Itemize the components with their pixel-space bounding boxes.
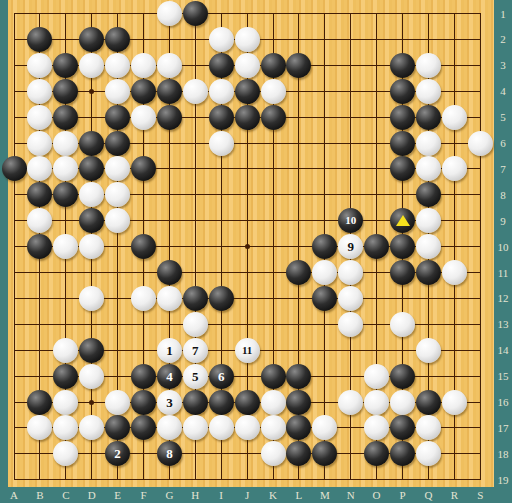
white-stone[interactable] [27,156,52,181]
white-stone[interactable] [261,390,286,415]
white-stone[interactable] [416,79,441,104]
black-stone[interactable] [183,390,208,415]
white-stone[interactable] [183,312,208,337]
white-stone[interactable] [364,390,389,415]
white-stone[interactable] [157,53,182,78]
black-stone[interactable] [131,364,156,389]
white-stone[interactable] [442,105,467,130]
white-stone[interactable] [27,53,52,78]
column-label: K [263,489,283,501]
black-stone[interactable] [286,53,311,78]
column-label: A [4,489,24,501]
black-stone[interactable] [209,390,234,415]
white-stone[interactable] [364,364,389,389]
white-stone[interactable]: 9 [338,234,363,259]
black-stone[interactable] [53,79,78,104]
black-stone[interactable] [235,105,260,130]
white-stone[interactable] [442,156,467,181]
black-stone[interactable] [157,260,182,285]
white-stone[interactable] [312,415,337,440]
white-stone[interactable] [27,105,52,130]
white-stone[interactable] [235,53,260,78]
white-stone[interactable] [261,79,286,104]
black-stone[interactable] [364,441,389,466]
black-stone[interactable] [416,105,441,130]
row-label: 16 [494,396,512,408]
white-stone[interactable] [442,390,467,415]
black-stone[interactable] [157,105,182,130]
black-stone[interactable] [286,441,311,466]
white-stone[interactable] [338,260,363,285]
row-label: 2 [494,33,512,45]
white-stone[interactable] [183,79,208,104]
white-stone[interactable] [53,441,78,466]
white-stone[interactable] [209,131,234,156]
black-stone[interactable] [209,105,234,130]
column-label: S [470,489,490,501]
white-stone[interactable] [261,441,286,466]
white-stone[interactable] [53,390,78,415]
black-stone[interactable] [105,131,130,156]
column-label: M [315,489,335,501]
white-stone[interactable] [53,338,78,363]
black-stone[interactable] [390,79,415,104]
row-label: 10 [494,241,512,253]
black-stone[interactable] [105,105,130,130]
white-stone[interactable] [27,208,52,233]
black-stone[interactable] [416,260,441,285]
black-stone[interactable] [312,286,337,311]
black-stone[interactable]: 2 [105,441,130,466]
black-stone[interactable] [390,415,415,440]
white-stone[interactable] [416,53,441,78]
white-stone[interactable] [390,312,415,337]
column-label: D [82,489,102,501]
black-stone[interactable] [79,131,104,156]
row-label: 19 [494,474,512,486]
black-stone[interactable]: 6 [209,364,234,389]
column-label: E [108,489,128,501]
white-stone[interactable] [27,415,52,440]
column-label: C [56,489,76,501]
white-stone[interactable] [183,415,208,440]
column-label: P [393,489,413,501]
column-label: O [367,489,387,501]
white-stone[interactable] [105,208,130,233]
black-stone[interactable] [286,415,311,440]
white-stone[interactable] [105,182,130,207]
column-label: H [185,489,205,501]
black-stone[interactable] [79,338,104,363]
move-number-label: 8 [166,447,173,460]
black-stone[interactable] [131,156,156,181]
white-stone[interactable]: 3 [157,390,182,415]
move-number-label: 4 [166,370,173,383]
move-number-label: 10 [345,215,356,226]
row-label: 7 [494,163,512,175]
white-stone[interactable] [338,286,363,311]
white-stone[interactable] [209,415,234,440]
black-stone[interactable] [261,364,286,389]
row-label: 15 [494,370,512,382]
white-stone[interactable] [131,105,156,130]
row-label: 13 [494,318,512,330]
white-stone[interactable] [79,53,104,78]
black-stone[interactable] [286,260,311,285]
black-stone[interactable]: 10 [338,208,363,233]
white-stone[interactable] [235,27,260,52]
black-stone[interactable] [131,234,156,259]
black-stone[interactable] [312,441,337,466]
column-label: I [211,489,231,501]
row-label: 4 [494,85,512,97]
white-stone[interactable] [53,156,78,181]
white-stone[interactable] [468,131,493,156]
white-stone[interactable]: 11 [235,338,260,363]
white-stone[interactable] [157,415,182,440]
move-number-label: 6 [218,370,225,383]
white-stone[interactable] [261,415,286,440]
black-stone[interactable] [390,105,415,130]
black-stone[interactable] [27,182,52,207]
white-stone[interactable] [105,53,130,78]
white-stone[interactable] [79,364,104,389]
black-stone[interactable] [235,390,260,415]
black-stone[interactable] [209,53,234,78]
black-stone[interactable] [105,27,130,52]
black-stone[interactable] [390,156,415,181]
black-stone[interactable] [390,234,415,259]
star-point [89,400,94,405]
white-stone[interactable] [416,441,441,466]
grid-line-horizontal [14,479,481,480]
grid-line-vertical [480,13,481,480]
black-stone[interactable] [79,208,104,233]
triangle-marker-icon [396,215,410,226]
white-stone[interactable] [442,260,467,285]
star-point [89,89,94,94]
row-label: 3 [494,59,512,71]
black-stone[interactable]: 4 [157,364,182,389]
black-stone[interactable] [183,286,208,311]
black-stone[interactable]: 8 [157,441,182,466]
black-stone[interactable] [286,364,311,389]
move-number-label: 2 [114,447,121,460]
black-stone[interactable] [312,234,337,259]
black-stone[interactable] [390,260,415,285]
black-stone[interactable] [27,234,52,259]
black-stone[interactable] [131,390,156,415]
column-label: F [134,489,154,501]
white-stone[interactable] [416,338,441,363]
row-label: 9 [494,215,512,227]
move-number-label: 11 [242,345,252,356]
black-stone[interactable] [53,364,78,389]
column-label: L [289,489,309,501]
black-stone[interactable] [416,182,441,207]
black-stone[interactable] [79,27,104,52]
column-label: N [341,489,361,501]
white-stone[interactable] [79,234,104,259]
white-stone[interactable] [105,156,130,181]
white-stone[interactable] [105,390,130,415]
white-stone[interactable]: 1 [157,338,182,363]
move-number-label: 9 [347,240,354,253]
black-stone[interactable] [157,79,182,104]
white-stone[interactable] [416,415,441,440]
white-stone[interactable] [416,208,441,233]
row-label: 1 [494,8,512,20]
white-stone[interactable] [131,286,156,311]
move-number-label: 3 [166,396,173,409]
black-stone[interactable] [53,182,78,207]
black-stone[interactable] [131,79,156,104]
white-stone[interactable] [209,79,234,104]
white-stone[interactable] [27,79,52,104]
white-stone[interactable] [27,131,52,156]
black-stone[interactable] [53,105,78,130]
black-stone[interactable] [235,79,260,104]
row-label: 5 [494,111,512,123]
black-stone[interactable] [105,415,130,440]
black-stone[interactable] [183,1,208,26]
white-stone[interactable]: 7 [183,338,208,363]
black-stone[interactable] [27,390,52,415]
white-stone[interactable] [390,390,415,415]
white-stone[interactable] [53,234,78,259]
move-number-label: 1 [166,344,173,357]
white-stone[interactable] [235,415,260,440]
star-point [245,244,250,249]
white-stone[interactable] [53,415,78,440]
black-stone[interactable] [209,286,234,311]
column-label: G [159,489,179,501]
black-stone[interactable] [416,390,441,415]
white-stone[interactable] [53,131,78,156]
column-label: J [237,489,257,501]
black-stone[interactable] [364,234,389,259]
black-stone[interactable] [79,156,104,181]
black-stone[interactable] [27,27,52,52]
white-stone[interactable] [131,53,156,78]
go-board[interactable]: 1091711456328 [8,0,494,487]
row-label: 14 [494,344,512,356]
white-stone[interactable] [416,234,441,259]
black-stone[interactable] [390,131,415,156]
move-number-label: 5 [192,370,199,383]
white-stone[interactable] [364,415,389,440]
white-stone[interactable] [79,286,104,311]
white-stone[interactable] [338,312,363,337]
white-stone[interactable] [416,156,441,181]
column-label: B [30,489,50,501]
white-stone[interactable] [416,131,441,156]
row-label: 12 [494,292,512,304]
white-stone[interactable] [79,415,104,440]
white-stone[interactable] [105,79,130,104]
black-stone[interactable] [286,390,311,415]
move-number-label: 7 [192,344,199,357]
white-stone[interactable] [312,260,337,285]
black-stone[interactable] [390,208,415,233]
white-stone[interactable] [157,286,182,311]
white-stone[interactable] [79,182,104,207]
column-label: R [444,489,464,501]
column-label: Q [418,489,438,501]
white-stone[interactable] [209,27,234,52]
black-stone[interactable] [53,53,78,78]
white-stone[interactable] [157,1,182,26]
row-label: 8 [494,189,512,201]
black-stone[interactable] [131,415,156,440]
go-applet-window: 1091711456328 ABCDEFGHIJKLMNOPQRS 123456… [0,0,512,503]
black-stone[interactable] [390,364,415,389]
row-label: 11 [494,267,512,279]
row-label: 17 [494,422,512,434]
row-label: 6 [494,137,512,149]
white-stone[interactable]: 5 [183,364,208,389]
black-stone[interactable] [390,53,415,78]
white-stone[interactable] [338,390,363,415]
black-stone[interactable] [2,156,27,181]
black-stone[interactable] [261,105,286,130]
black-stone[interactable] [390,441,415,466]
black-stone[interactable] [261,53,286,78]
row-label: 18 [494,448,512,460]
